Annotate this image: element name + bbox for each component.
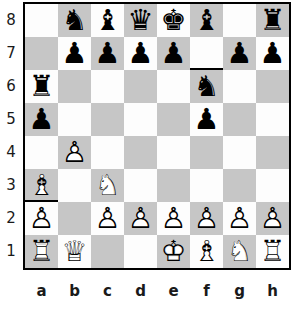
square-h6[interactable] (256, 70, 289, 103)
square-h1[interactable]: ♜♖ (256, 235, 289, 268)
piece-black-pawn-d7[interactable]: ♟ (124, 37, 157, 70)
rank-label-3: 3 (2, 169, 20, 202)
last-move-underline-f7 (190, 68, 223, 70)
square-d6[interactable] (124, 70, 157, 103)
white-pawn-icon: ♙ (91, 202, 124, 235)
piece-black-rook-a6[interactable]: ♜ (25, 70, 58, 103)
square-e8[interactable]: ♚ (157, 4, 190, 37)
square-f1[interactable]: ♝♗ (190, 235, 223, 268)
piece-white-bishop-a3[interactable]: ♝♗ (25, 169, 58, 202)
rank-label-6: 6 (2, 70, 20, 103)
square-g2[interactable]: ♟♙ (223, 202, 256, 235)
piece-white-rook-a1[interactable]: ♜♖ (25, 235, 58, 268)
white-pawn-icon: ♙ (124, 202, 157, 235)
file-label-a: a (25, 282, 58, 300)
piece-black-knight-b8[interactable]: ♞ (58, 4, 91, 37)
square-f5[interactable]: ♟ (190, 103, 223, 136)
square-e5[interactable] (157, 103, 190, 136)
square-c4[interactable] (91, 136, 124, 169)
square-h4[interactable] (256, 136, 289, 169)
white-bishop-icon: ♗ (25, 169, 58, 202)
square-g7[interactable]: ♟ (223, 37, 256, 70)
piece-black-bishop-f8[interactable]: ♝ (190, 4, 223, 37)
chess-diagram: 87654321 ♞♝♛♚♝♜♟♟♟♟♟♟♜♞♟♟♟♙♝♗♞♘♟♙♟♙♟♙♟♙♟… (0, 0, 306, 309)
white-rook-icon: ♖ (25, 235, 58, 268)
square-h7[interactable]: ♟ (256, 37, 289, 70)
square-d7[interactable]: ♟ (124, 37, 157, 70)
square-g8[interactable] (223, 4, 256, 37)
rank-label-4: 4 (2, 136, 20, 169)
piece-white-king-e1[interactable]: ♚♔ (157, 235, 190, 268)
piece-black-queen-d8[interactable]: ♛ (124, 4, 157, 37)
square-f3[interactable] (190, 169, 223, 202)
square-e2[interactable]: ♟♙ (157, 202, 190, 235)
file-label-d: d (124, 282, 157, 300)
square-c8[interactable]: ♝ (91, 4, 124, 37)
piece-black-pawn-c7[interactable]: ♟ (91, 37, 124, 70)
square-b4[interactable]: ♟♙ (58, 136, 91, 169)
white-pawn-icon: ♙ (58, 136, 91, 169)
square-g5[interactable] (223, 103, 256, 136)
square-h8[interactable]: ♜ (256, 4, 289, 37)
square-d1[interactable] (124, 235, 157, 268)
piece-black-knight-f6[interactable]: ♞ (190, 70, 223, 103)
square-c5[interactable] (91, 103, 124, 136)
square-e6[interactable] (157, 70, 190, 103)
square-c3[interactable]: ♞♘ (91, 169, 124, 202)
square-a3[interactable]: ♝♗ (25, 169, 58, 202)
piece-white-bishop-f1[interactable]: ♝♗ (190, 235, 223, 268)
square-e7[interactable]: ♟ (157, 37, 190, 70)
white-bishop-icon: ♗ (190, 235, 223, 268)
white-rook-icon: ♖ (256, 235, 289, 268)
square-f2[interactable]: ♟♙ (190, 202, 223, 235)
square-e4[interactable] (157, 136, 190, 169)
file-label-h: h (256, 282, 289, 300)
piece-white-pawn-d2[interactable]: ♟♙ (124, 202, 157, 235)
rank-label-1: 1 (2, 235, 20, 268)
square-b3[interactable] (58, 169, 91, 202)
file-label-c: c (91, 282, 124, 300)
file-label-g: g (223, 282, 256, 300)
square-e1[interactable]: ♚♔ (157, 235, 190, 268)
piece-white-knight-c3[interactable]: ♞♘ (91, 169, 124, 202)
piece-white-pawn-c2[interactable]: ♟♙ (91, 202, 124, 235)
square-f4[interactable] (190, 136, 223, 169)
square-h5[interactable] (256, 103, 289, 136)
square-c1[interactable] (91, 235, 124, 268)
rank-label-2: 2 (2, 202, 20, 235)
square-f6[interactable]: ♞ (190, 70, 223, 103)
square-a6[interactable]: ♜ (25, 70, 58, 103)
square-a1[interactable]: ♜♖ (25, 235, 58, 268)
piece-black-bishop-c8[interactable]: ♝ (91, 4, 124, 37)
rank-label-8: 8 (2, 4, 20, 37)
square-b5[interactable] (58, 103, 91, 136)
piece-black-king-e8[interactable]: ♚ (157, 4, 190, 37)
piece-black-pawn-a5[interactable]: ♟ (25, 103, 58, 136)
square-a2[interactable]: ♟♙ (25, 202, 58, 235)
rank-labels: 87654321 (2, 4, 20, 268)
square-f8[interactable]: ♝ (190, 4, 223, 37)
square-d3[interactable] (124, 169, 157, 202)
square-e3[interactable] (157, 169, 190, 202)
square-a5[interactable]: ♟ (25, 103, 58, 136)
piece-white-knight-g1[interactable]: ♞♘ (223, 235, 256, 268)
chess-board: ♞♝♛♚♝♜♟♟♟♟♟♟♜♞♟♟♟♙♝♗♞♘♟♙♟♙♟♙♟♙♟♙♟♙♟♙♜♖♛♕… (23, 2, 291, 270)
rank-label-7: 7 (2, 37, 20, 70)
white-pawn-icon: ♙ (190, 202, 223, 235)
piece-white-pawn-h2[interactable]: ♟♙ (256, 202, 289, 235)
file-label-e: e (157, 282, 190, 300)
white-pawn-icon: ♙ (157, 202, 190, 235)
piece-white-pawn-e2[interactable]: ♟♙ (157, 202, 190, 235)
square-a4[interactable] (25, 136, 58, 169)
white-pawn-icon: ♙ (25, 202, 58, 235)
piece-white-queen-b1[interactable]: ♛♕ (58, 235, 91, 268)
square-b7[interactable]: ♟ (58, 37, 91, 70)
square-d4[interactable] (124, 136, 157, 169)
piece-white-pawn-f2[interactable]: ♟♙ (190, 202, 223, 235)
piece-black-rook-h8[interactable]: ♜ (256, 4, 289, 37)
square-b2[interactable] (58, 202, 91, 235)
white-pawn-icon: ♙ (223, 202, 256, 235)
square-a7[interactable] (25, 37, 58, 70)
white-knight-icon: ♘ (91, 169, 124, 202)
last-move-underline-a3 (25, 200, 58, 202)
square-g3[interactable] (223, 169, 256, 202)
square-c6[interactable] (91, 70, 124, 103)
square-b8[interactable]: ♞ (58, 4, 91, 37)
square-f7[interactable] (190, 37, 223, 70)
square-a8[interactable] (25, 4, 58, 37)
piece-white-rook-h1[interactable]: ♜♖ (256, 235, 289, 268)
square-c2[interactable]: ♟♙ (91, 202, 124, 235)
file-labels: abcdefgh (25, 282, 289, 300)
square-g1[interactable]: ♞♘ (223, 235, 256, 268)
square-b1[interactable]: ♛♕ (58, 235, 91, 268)
piece-black-pawn-h7[interactable]: ♟ (256, 37, 289, 70)
square-h2[interactable]: ♟♙ (256, 202, 289, 235)
square-b6[interactable] (58, 70, 91, 103)
square-g4[interactable] (223, 136, 256, 169)
square-c7[interactable]: ♟ (91, 37, 124, 70)
white-knight-icon: ♘ (223, 235, 256, 268)
piece-white-pawn-b4[interactable]: ♟♙ (58, 136, 91, 169)
white-queen-icon: ♕ (58, 235, 91, 268)
piece-black-pawn-f5[interactable]: ♟ (190, 103, 223, 136)
square-d5[interactable] (124, 103, 157, 136)
white-king-icon: ♔ (157, 235, 190, 268)
square-h3[interactable] (256, 169, 289, 202)
file-label-b: b (58, 282, 91, 300)
square-d8[interactable]: ♛ (124, 4, 157, 37)
rank-label-5: 5 (2, 103, 20, 136)
piece-white-pawn-g2[interactable]: ♟♙ (223, 202, 256, 235)
file-label-f: f (190, 282, 223, 300)
white-pawn-icon: ♙ (256, 202, 289, 235)
piece-black-pawn-e7[interactable]: ♟ (157, 37, 190, 70)
piece-black-pawn-g7[interactable]: ♟ (223, 37, 256, 70)
piece-black-pawn-b7[interactable]: ♟ (58, 37, 91, 70)
piece-white-pawn-a2[interactable]: ♟♙ (25, 202, 58, 235)
square-g6[interactable] (223, 70, 256, 103)
square-d2[interactable]: ♟♙ (124, 202, 157, 235)
